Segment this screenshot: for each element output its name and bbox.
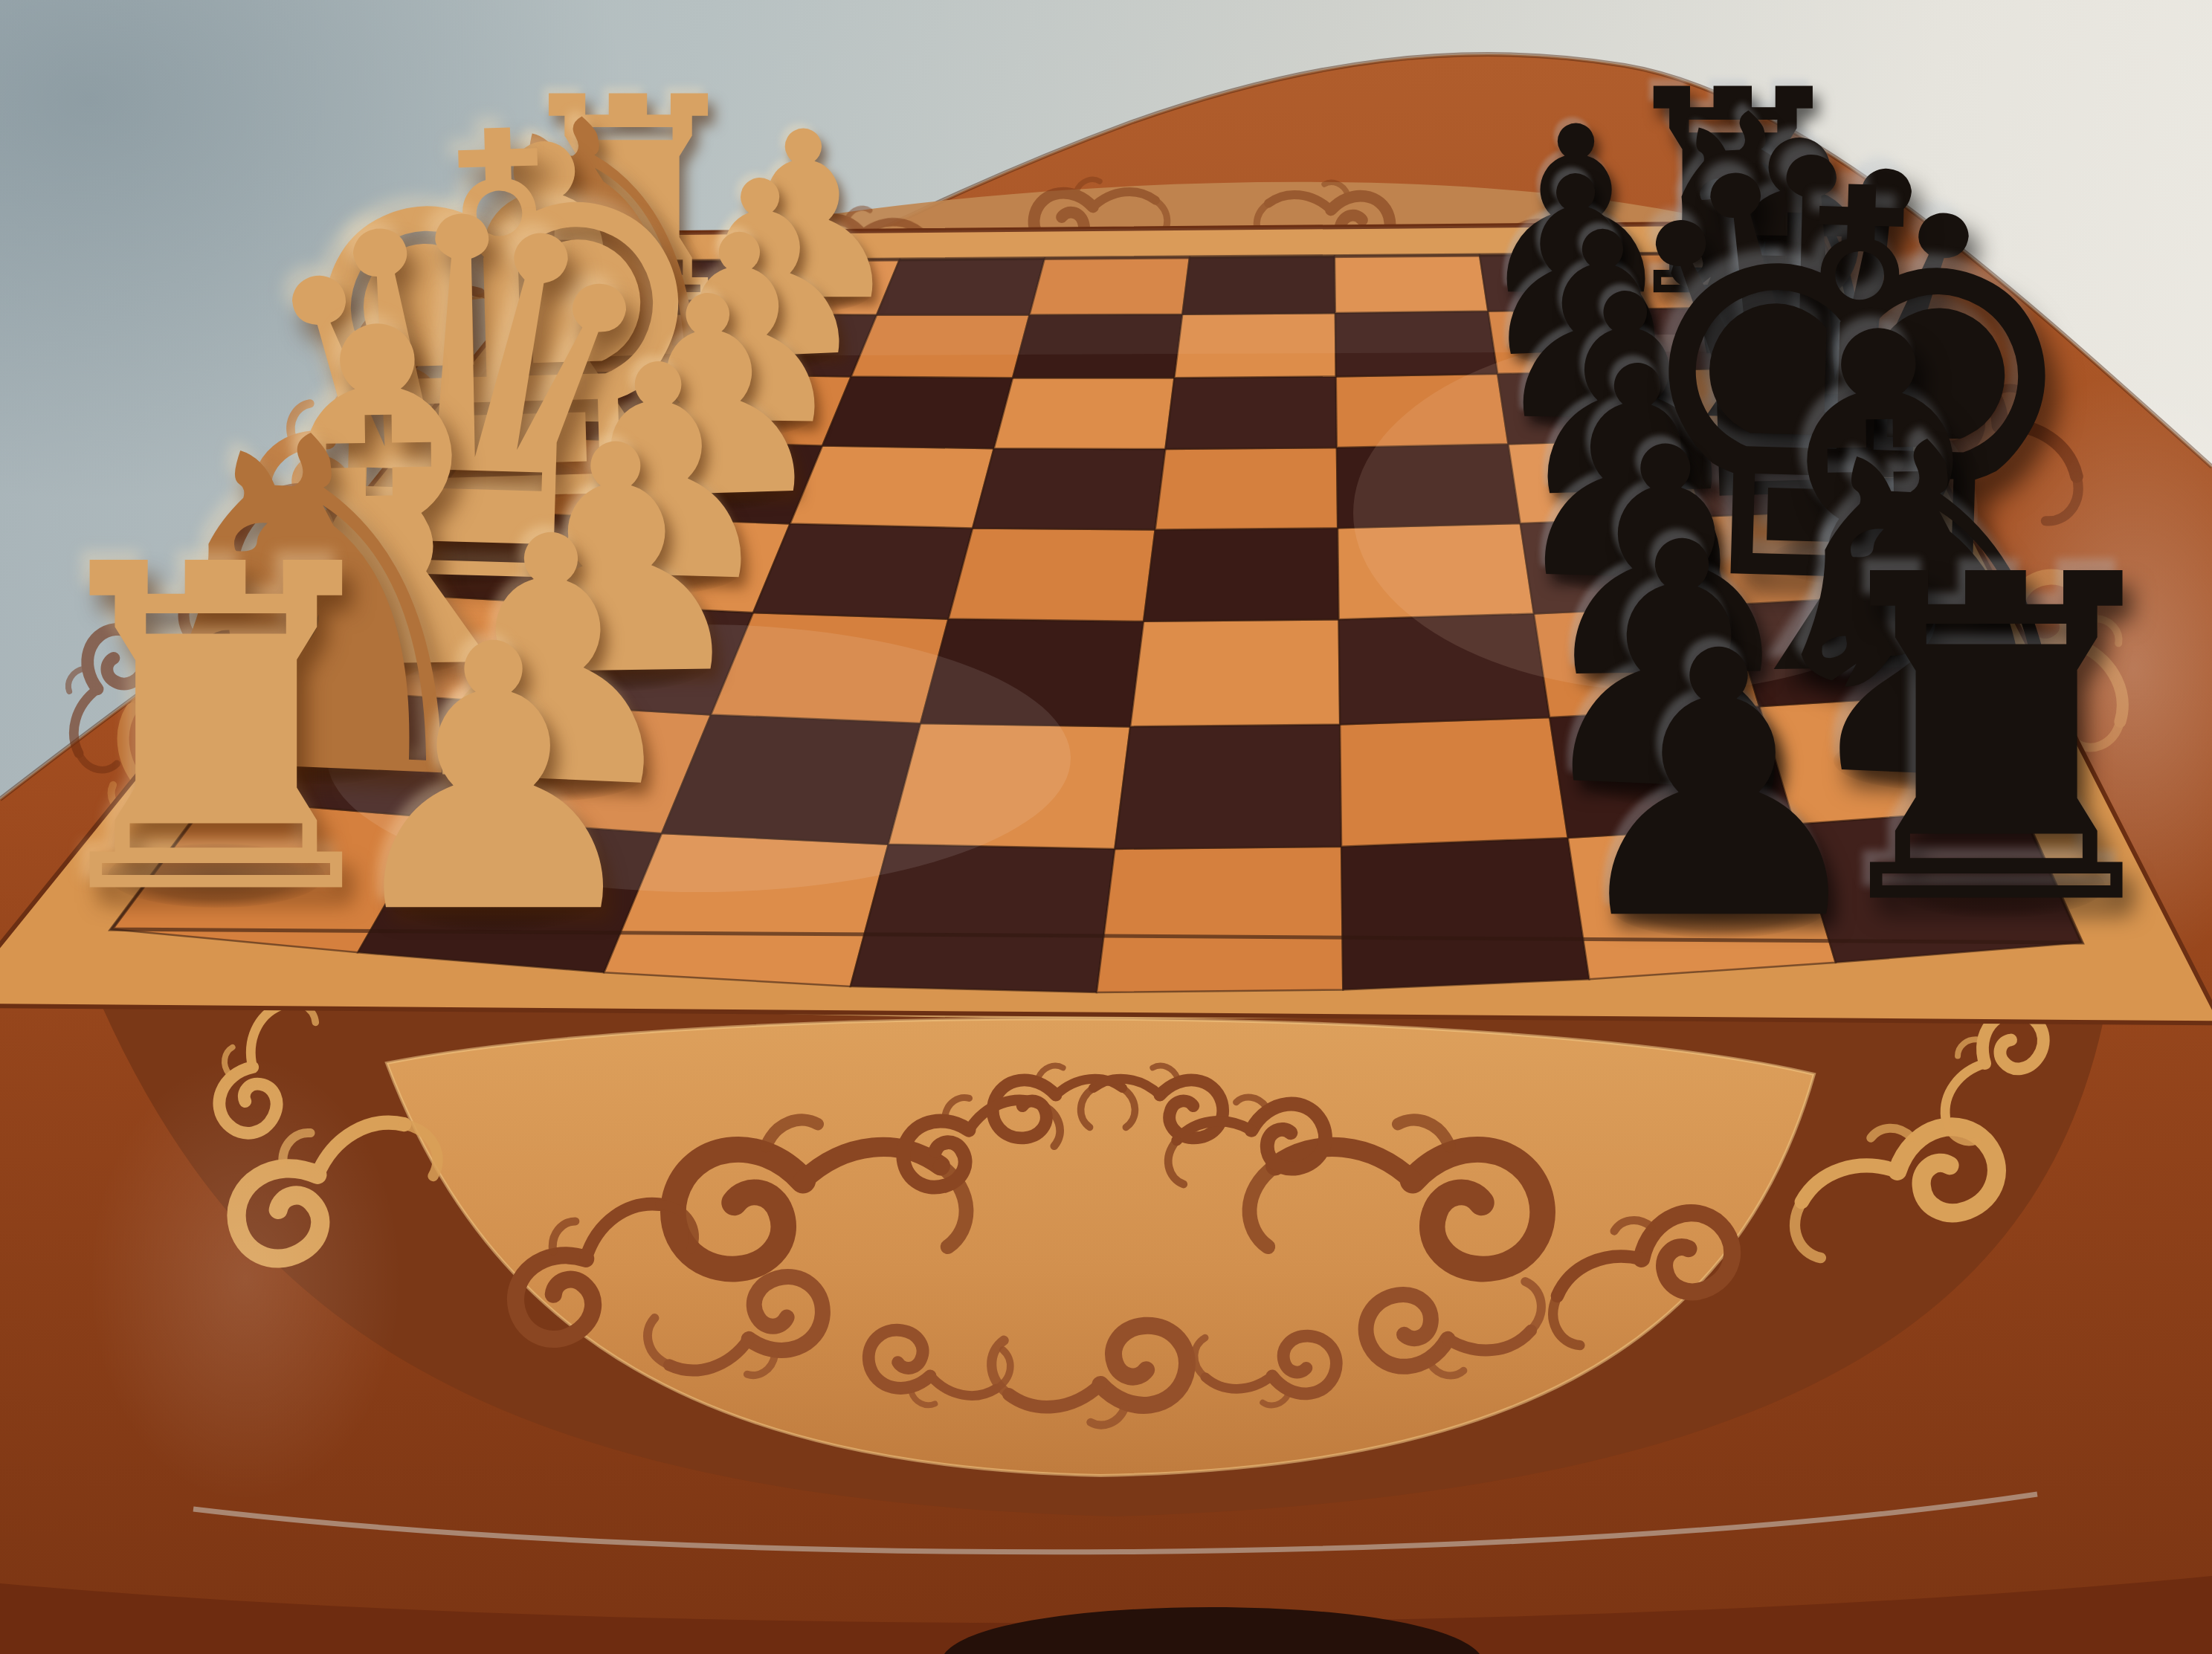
square-b5[interactable] [1115,725,1341,849]
square-a5[interactable] [1097,847,1343,992]
piece-black-rook-a8[interactable]: ♜ [1727,518,2212,966]
square-f5[interactable] [1165,376,1337,449]
square-d5[interactable] [1144,528,1339,621]
square-d4[interactable] [949,528,1155,621]
photo-scene: ♜♟♟♜♞♟♟♞♝♟♟♝♚♟♟♛♛♟♟♚♝♟♟♝♞♟♟♞♜♟♟♜ [0,0,2212,1654]
piece-white-pawn-a2[interactable]: ♟ [274,598,713,963]
square-f4[interactable] [994,378,1175,449]
square-e5[interactable] [1155,448,1338,529]
square-c5[interactable] [1130,619,1340,726]
square-e4[interactable] [973,448,1165,529]
